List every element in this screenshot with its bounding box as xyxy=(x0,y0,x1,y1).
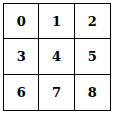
puzzle-board: 0 1 2 3 4 5 6 7 8 xyxy=(3,3,111,111)
cell-r0c2[interactable]: 2 xyxy=(75,4,110,39)
puzzle-canvas: 0 1 2 3 4 5 6 7 8 xyxy=(0,0,114,114)
cell-r2c2[interactable]: 8 xyxy=(75,75,110,110)
cell-r0c1[interactable]: 1 xyxy=(39,4,74,39)
cell-r1c2[interactable]: 5 xyxy=(75,39,110,74)
cell-r2c0[interactable]: 6 xyxy=(4,75,39,110)
cell-r1c1[interactable]: 4 xyxy=(39,39,74,74)
cell-r1c0[interactable]: 3 xyxy=(4,39,39,74)
cell-r2c1[interactable]: 7 xyxy=(39,75,74,110)
cell-r0c0[interactable]: 0 xyxy=(4,4,39,39)
